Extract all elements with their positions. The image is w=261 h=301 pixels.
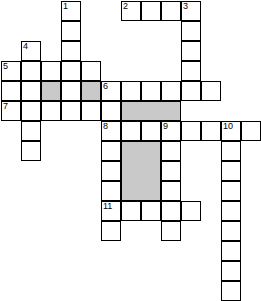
cell-r5c2[interactable] bbox=[41, 101, 61, 121]
cell-r6c9[interactable] bbox=[181, 121, 201, 141]
cell-r6c5[interactable]: 8 bbox=[101, 121, 121, 141]
cell-r6c10[interactable] bbox=[201, 121, 221, 141]
cell-r4c1[interactable] bbox=[21, 81, 41, 101]
cell-r9c5[interactable] bbox=[101, 181, 121, 201]
cell-r5c3[interactable] bbox=[61, 101, 81, 121]
cell-r0c6[interactable]: 2 bbox=[121, 1, 141, 21]
cell-r8c5[interactable] bbox=[101, 161, 121, 181]
blocked-region-r4c2 bbox=[41, 81, 61, 101]
crossword-board: 1234567891011 bbox=[1, 1, 261, 301]
cell-r3c1[interactable] bbox=[21, 61, 41, 81]
cell-r10c11[interactable] bbox=[221, 201, 241, 221]
cell-r4c6[interactable] bbox=[121, 81, 141, 101]
cell-r7c1[interactable] bbox=[21, 141, 41, 161]
cell-r4c3[interactable] bbox=[61, 81, 81, 101]
cell-r10c8[interactable] bbox=[161, 201, 181, 221]
cell-r11c5[interactable] bbox=[101, 221, 121, 241]
clue-number-8: 8 bbox=[103, 122, 108, 131]
cell-r5c4[interactable] bbox=[81, 101, 101, 121]
crossword-screenshot: 1234567891011 bbox=[0, 0, 261, 301]
cell-r5c0[interactable]: 7 bbox=[1, 101, 21, 121]
cell-r1c9[interactable] bbox=[181, 21, 201, 41]
cell-r10c7[interactable] bbox=[141, 201, 161, 221]
cell-r4c0[interactable] bbox=[1, 81, 21, 101]
cell-r6c6[interactable] bbox=[121, 121, 141, 141]
cell-r6c1[interactable] bbox=[21, 121, 41, 141]
cell-r4c9[interactable] bbox=[181, 81, 201, 101]
cell-r10c6[interactable] bbox=[121, 201, 141, 221]
cell-r3c4[interactable] bbox=[81, 61, 101, 81]
cell-r5c1[interactable] bbox=[21, 101, 41, 121]
clue-number-10: 10 bbox=[223, 122, 233, 131]
cell-r7c8[interactable] bbox=[161, 141, 181, 161]
cell-r8c11[interactable] bbox=[221, 161, 241, 181]
cell-r13c11[interactable] bbox=[221, 261, 241, 281]
blocked-region-r4c4 bbox=[81, 81, 101, 101]
cell-r4c5[interactable]: 6 bbox=[101, 81, 121, 101]
cell-r12c11[interactable] bbox=[221, 241, 241, 261]
cell-r9c11[interactable] bbox=[221, 181, 241, 201]
cell-r2c3[interactable] bbox=[61, 41, 81, 61]
cell-r7c5[interactable] bbox=[101, 141, 121, 161]
cell-r3c0[interactable]: 5 bbox=[1, 61, 21, 81]
clue-number-2: 2 bbox=[123, 2, 128, 11]
cell-r3c3[interactable] bbox=[61, 61, 81, 81]
cell-r2c9[interactable] bbox=[181, 41, 201, 61]
cell-r3c9[interactable] bbox=[181, 61, 201, 81]
cell-r11c11[interactable] bbox=[221, 221, 241, 241]
cell-r10c9[interactable] bbox=[181, 201, 201, 221]
cell-r6c8[interactable]: 9 bbox=[161, 121, 181, 141]
clue-number-6: 6 bbox=[103, 82, 108, 91]
clue-number-11: 11 bbox=[103, 202, 112, 211]
clue-number-1: 1 bbox=[63, 2, 68, 11]
cell-r4c8[interactable] bbox=[161, 81, 181, 101]
clue-number-9: 9 bbox=[163, 122, 168, 131]
cell-r10c5[interactable]: 11 bbox=[101, 201, 121, 221]
cell-r9c8[interactable] bbox=[161, 181, 181, 201]
cell-r4c7[interactable] bbox=[141, 81, 161, 101]
cell-r2c1[interactable]: 4 bbox=[21, 41, 41, 61]
cell-r7c11[interactable] bbox=[221, 141, 241, 161]
clue-number-5: 5 bbox=[3, 62, 8, 71]
clue-number-7: 7 bbox=[3, 102, 8, 111]
cell-r6c12[interactable] bbox=[241, 121, 261, 141]
blocked-region-r5c6 bbox=[121, 101, 181, 121]
clue-number-3: 3 bbox=[183, 2, 188, 11]
cell-r0c7[interactable] bbox=[141, 1, 161, 21]
cell-r0c3[interactable]: 1 bbox=[61, 1, 81, 21]
cell-r4c10[interactable] bbox=[201, 81, 221, 101]
cell-r3c2[interactable] bbox=[41, 61, 61, 81]
cell-r0c9[interactable]: 3 bbox=[181, 1, 201, 21]
cell-r5c5[interactable] bbox=[101, 101, 121, 121]
cell-r1c3[interactable] bbox=[61, 21, 81, 41]
clue-number-4: 4 bbox=[23, 42, 28, 51]
cell-r14c11[interactable] bbox=[221, 281, 241, 301]
cell-r0c8[interactable] bbox=[161, 1, 181, 21]
blocked-region-r7c6 bbox=[121, 141, 161, 201]
cell-r8c8[interactable] bbox=[161, 161, 181, 181]
cell-r6c7[interactable] bbox=[141, 121, 161, 141]
cell-r6c11[interactable]: 10 bbox=[221, 121, 241, 141]
cell-r11c8[interactable] bbox=[161, 221, 181, 241]
